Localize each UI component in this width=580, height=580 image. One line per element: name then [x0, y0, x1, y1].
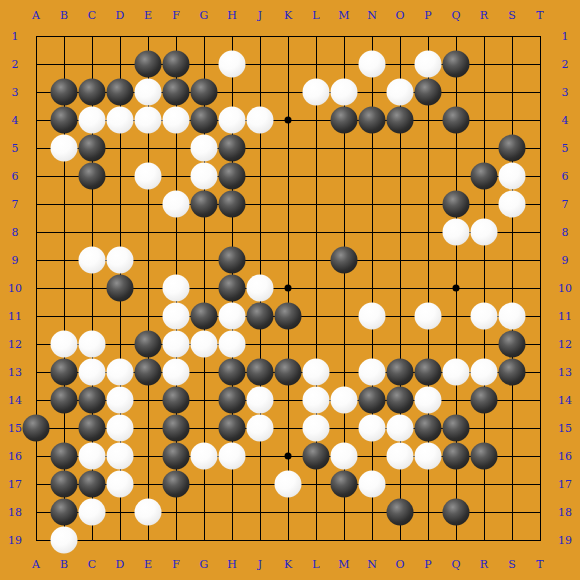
stone-black[interactable] — [387, 359, 414, 386]
stone-black[interactable] — [51, 471, 78, 498]
stone-white[interactable] — [387, 79, 414, 106]
stone-white[interactable] — [79, 499, 106, 526]
stone-white[interactable] — [415, 303, 442, 330]
stone-black[interactable] — [135, 331, 162, 358]
stone-black[interactable] — [471, 387, 498, 414]
coord-label-top: N — [367, 10, 377, 21]
stone-black[interactable] — [331, 247, 358, 274]
star-point — [285, 117, 292, 124]
stone-black[interactable] — [443, 415, 470, 442]
coord-label-top: K — [284, 10, 292, 21]
stone-white[interactable] — [107, 247, 134, 274]
stone-white[interactable] — [79, 443, 106, 470]
stone-black[interactable] — [191, 303, 218, 330]
stone-black[interactable] — [219, 275, 246, 302]
stone-white[interactable] — [471, 303, 498, 330]
stone-black[interactable] — [247, 359, 274, 386]
stone-black[interactable] — [387, 387, 414, 414]
coord-label-left: 8 — [12, 227, 19, 238]
stone-black[interactable] — [79, 471, 106, 498]
coord-label-right: 3 — [562, 87, 569, 98]
stone-white[interactable] — [499, 191, 526, 218]
stone-white[interactable] — [107, 443, 134, 470]
star-point — [285, 453, 292, 460]
stone-black[interactable] — [107, 79, 134, 106]
stone-black[interactable] — [471, 443, 498, 470]
stone-white[interactable] — [219, 51, 246, 78]
stone-black[interactable] — [79, 135, 106, 162]
stone-white[interactable] — [163, 359, 190, 386]
stone-black[interactable] — [51, 107, 78, 134]
stone-white[interactable] — [135, 107, 162, 134]
coord-label-left: 15 — [8, 423, 22, 434]
stone-black[interactable] — [443, 191, 470, 218]
coord-label-right: 14 — [558, 395, 572, 406]
stone-black[interactable] — [387, 107, 414, 134]
coord-label-left: 16 — [8, 451, 22, 462]
stone-white[interactable] — [387, 415, 414, 442]
stone-white[interactable] — [359, 359, 386, 386]
coord-label-left: 1 — [12, 31, 19, 42]
stone-black[interactable] — [331, 471, 358, 498]
stone-black[interactable] — [219, 135, 246, 162]
stone-black[interactable] — [163, 79, 190, 106]
coord-label-right: 2 — [562, 59, 569, 70]
coord-label-top: P — [424, 10, 431, 21]
grid-line-horizontal — [36, 540, 541, 541]
star-point — [285, 285, 292, 292]
coord-label-top: A — [32, 10, 40, 21]
stone-white[interactable] — [135, 163, 162, 190]
coord-label-bottom: O — [395, 559, 404, 570]
grid-line-vertical — [512, 36, 513, 541]
stone-black[interactable] — [79, 387, 106, 414]
coord-label-right: 19 — [558, 535, 572, 546]
stone-black[interactable] — [443, 499, 470, 526]
stone-black[interactable] — [79, 415, 106, 442]
coord-label-bottom: B — [60, 559, 68, 570]
stone-black[interactable] — [275, 303, 302, 330]
stone-white[interactable] — [51, 527, 78, 554]
stone-black[interactable] — [415, 79, 442, 106]
stone-black[interactable] — [415, 415, 442, 442]
coord-label-right: 1 — [562, 31, 569, 42]
stone-black[interactable] — [499, 359, 526, 386]
stone-white[interactable] — [79, 107, 106, 134]
coord-label-left: 19 — [8, 535, 22, 546]
stone-black[interactable] — [163, 471, 190, 498]
coord-label-top: E — [144, 10, 152, 21]
coord-label-left: 14 — [8, 395, 22, 406]
coord-label-top: O — [395, 10, 404, 21]
stone-white[interactable] — [51, 135, 78, 162]
coord-label-bottom: L — [312, 559, 319, 570]
stone-white[interactable] — [135, 79, 162, 106]
stone-black[interactable] — [51, 443, 78, 470]
coord-label-bottom: F — [172, 559, 180, 570]
grid-line-horizontal — [36, 344, 541, 345]
coord-label-right: 8 — [562, 227, 569, 238]
stone-white[interactable] — [219, 303, 246, 330]
coord-label-top: H — [227, 10, 237, 21]
stone-black[interactable] — [219, 163, 246, 190]
stone-white[interactable] — [247, 107, 274, 134]
stone-white[interactable] — [219, 331, 246, 358]
coord-label-bottom: H — [227, 559, 237, 570]
stone-white[interactable] — [303, 79, 330, 106]
stone-white[interactable] — [303, 415, 330, 442]
stone-white[interactable] — [163, 303, 190, 330]
coord-label-top: D — [116, 10, 125, 21]
star-point — [453, 285, 460, 292]
stone-white[interactable] — [443, 219, 470, 246]
stone-black[interactable] — [51, 79, 78, 106]
stone-white[interactable] — [79, 359, 106, 386]
coord-label-right: 4 — [562, 115, 569, 126]
stone-white[interactable] — [359, 51, 386, 78]
coord-label-bottom: Q — [451, 559, 460, 570]
stone-white[interactable] — [387, 443, 414, 470]
stone-black[interactable] — [443, 51, 470, 78]
coord-label-left: 12 — [8, 339, 22, 350]
stone-black[interactable] — [163, 415, 190, 442]
coord-label-bottom: R — [480, 559, 488, 570]
stone-black[interactable] — [359, 387, 386, 414]
stone-white[interactable] — [51, 331, 78, 358]
coord-label-bottom: G — [200, 559, 209, 570]
stone-white[interactable] — [107, 359, 134, 386]
stone-black[interactable] — [163, 51, 190, 78]
stone-black[interactable] — [163, 443, 190, 470]
stone-white[interactable] — [107, 107, 134, 134]
stone-black[interactable] — [79, 163, 106, 190]
stone-black[interactable] — [415, 359, 442, 386]
coord-label-bottom: T — [536, 559, 543, 570]
stone-white[interactable] — [163, 191, 190, 218]
coord-label-bottom: K — [284, 559, 292, 570]
coord-label-bottom: J — [258, 559, 262, 570]
go-board-screen: AABBCCDDEEFFGGHHJJKKLLMMNNOOPPQQRRSSTT11… — [0, 0, 580, 580]
coord-label-right: 12 — [558, 339, 572, 350]
stone-black[interactable] — [219, 415, 246, 442]
stone-white[interactable] — [359, 303, 386, 330]
stone-white[interactable] — [163, 331, 190, 358]
coord-label-left: 7 — [12, 199, 19, 210]
stone-white[interactable] — [415, 443, 442, 470]
stone-white[interactable] — [331, 79, 358, 106]
coord-label-right: 17 — [558, 479, 572, 490]
stone-black[interactable] — [219, 387, 246, 414]
coord-label-bottom: M — [338, 559, 349, 570]
stone-white[interactable] — [471, 219, 498, 246]
stone-black[interactable] — [135, 51, 162, 78]
coord-label-top: T — [536, 10, 543, 21]
coord-label-right: 11 — [558, 311, 572, 322]
coord-label-top: F — [172, 10, 180, 21]
stone-black[interactable] — [387, 499, 414, 526]
coord-label-left: 2 — [12, 59, 19, 70]
coord-label-left: 11 — [8, 311, 22, 322]
stone-white[interactable] — [191, 135, 218, 162]
stone-white[interactable] — [331, 443, 358, 470]
coord-label-left: 10 — [8, 283, 22, 294]
stone-black[interactable] — [51, 359, 78, 386]
coord-label-bottom: E — [144, 559, 152, 570]
stone-black[interactable] — [79, 79, 106, 106]
stone-white[interactable] — [303, 387, 330, 414]
coord-label-left: 3 — [12, 87, 19, 98]
coord-label-top: G — [200, 10, 209, 21]
stone-white[interactable] — [359, 415, 386, 442]
stone-white[interactable] — [247, 275, 274, 302]
coord-label-bottom: N — [367, 559, 377, 570]
grid-line-vertical — [540, 36, 541, 541]
stone-black[interactable] — [219, 191, 246, 218]
stone-white[interactable] — [191, 331, 218, 358]
coord-label-top: R — [480, 10, 488, 21]
stone-black[interactable] — [191, 191, 218, 218]
coord-label-top: M — [338, 10, 349, 21]
coord-label-left: 17 — [8, 479, 22, 490]
stone-white[interactable] — [247, 387, 274, 414]
stone-white[interactable] — [443, 359, 470, 386]
stone-white[interactable] — [191, 443, 218, 470]
coord-label-top: S — [508, 10, 516, 21]
coord-label-left: 9 — [12, 255, 19, 266]
stone-white[interactable] — [79, 247, 106, 274]
stone-black[interactable] — [135, 359, 162, 386]
coord-label-left: 5 — [12, 143, 19, 154]
coord-label-bottom: S — [508, 559, 516, 570]
coord-label-top: J — [258, 10, 262, 21]
stone-white[interactable] — [219, 107, 246, 134]
coord-label-right: 5 — [562, 143, 569, 154]
stone-black[interactable] — [191, 79, 218, 106]
stone-white[interactable] — [191, 163, 218, 190]
stone-white[interactable] — [303, 359, 330, 386]
coord-label-right: 16 — [558, 451, 572, 462]
coord-label-right: 9 — [562, 255, 569, 266]
coord-label-top: C — [88, 10, 96, 21]
coord-label-bottom: P — [424, 559, 431, 570]
coord-label-top: L — [312, 10, 319, 21]
stone-black[interactable] — [23, 415, 50, 442]
coord-label-right: 7 — [562, 199, 569, 210]
stone-black[interactable] — [107, 275, 134, 302]
stone-black[interactable] — [471, 163, 498, 190]
stone-black[interactable] — [191, 107, 218, 134]
coord-label-top: B — [60, 10, 68, 21]
coord-label-left: 13 — [8, 367, 22, 378]
stone-black[interactable] — [331, 107, 358, 134]
coord-label-right: 13 — [558, 367, 572, 378]
stone-white[interactable] — [107, 471, 134, 498]
stone-black[interactable] — [51, 499, 78, 526]
stone-black[interactable] — [443, 443, 470, 470]
stone-black[interactable] — [303, 443, 330, 470]
stone-black[interactable] — [219, 359, 246, 386]
coord-label-bottom: C — [88, 559, 96, 570]
stone-white[interactable] — [79, 331, 106, 358]
stone-white[interactable] — [415, 387, 442, 414]
stone-white[interactable] — [219, 443, 246, 470]
stone-white[interactable] — [275, 471, 302, 498]
stone-black[interactable] — [275, 359, 302, 386]
coord-label-right: 15 — [558, 423, 572, 434]
stone-white[interactable] — [471, 359, 498, 386]
coord-label-left: 18 — [8, 507, 22, 518]
coord-label-right: 18 — [558, 507, 572, 518]
stone-black[interactable] — [219, 247, 246, 274]
coord-label-left: 6 — [12, 171, 19, 182]
stone-white[interactable] — [107, 387, 134, 414]
stone-black[interactable] — [247, 303, 274, 330]
coord-label-left: 4 — [12, 115, 19, 126]
stone-white[interactable] — [135, 499, 162, 526]
stone-white[interactable] — [163, 107, 190, 134]
stone-white[interactable] — [499, 163, 526, 190]
coord-label-right: 6 — [562, 171, 569, 182]
stone-black[interactable] — [443, 107, 470, 134]
stone-white[interactable] — [163, 275, 190, 302]
stone-black[interactable] — [499, 331, 526, 358]
stone-white[interactable] — [331, 387, 358, 414]
stone-black[interactable] — [163, 387, 190, 414]
coord-label-bottom: D — [116, 559, 125, 570]
stone-black[interactable] — [51, 387, 78, 414]
coord-label-bottom: A — [32, 559, 40, 570]
stone-black[interactable] — [499, 135, 526, 162]
coord-label-top: Q — [451, 10, 460, 21]
stone-white[interactable] — [499, 303, 526, 330]
stone-white[interactable] — [107, 415, 134, 442]
stone-white[interactable] — [415, 51, 442, 78]
coord-label-right: 10 — [558, 283, 572, 294]
stone-black[interactable] — [359, 107, 386, 134]
stone-white[interactable] — [247, 415, 274, 442]
stone-white[interactable] — [359, 471, 386, 498]
